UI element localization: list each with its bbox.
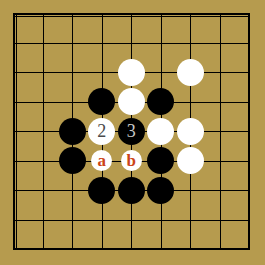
intersection-5-4[interactable] [117, 87, 146, 116]
black-stone [147, 177, 174, 204]
intersection-6-7[interactable] [146, 175, 175, 204]
intersection-3-4[interactable] [58, 87, 87, 116]
intersection-5-2[interactable] [117, 28, 146, 57]
intersection-4-2[interactable] [87, 28, 116, 57]
intersection-9-6[interactable] [234, 146, 263, 175]
black-stone [147, 88, 174, 115]
intersection-8-6[interactable] [205, 146, 234, 175]
intersection-8-1[interactable] [205, 0, 234, 28]
intersection-7-2[interactable] [175, 28, 204, 57]
intersection-9-2[interactable] [234, 28, 263, 57]
intersection-3-8[interactable] [58, 205, 87, 234]
intersection-6-5[interactable] [146, 117, 175, 146]
intersection-4-9[interactable] [87, 234, 116, 263]
white-stone [177, 118, 204, 145]
intersection-4-6[interactable]: a [87, 146, 116, 175]
intersection-1-8[interactable] [0, 205, 28, 234]
white-stone [118, 88, 145, 115]
white-stone [118, 59, 145, 86]
intersection-6-3[interactable] [146, 58, 175, 87]
intersection-5-5[interactable]: 3 [117, 117, 146, 146]
intersection-7-4[interactable] [175, 87, 204, 116]
intersection-2-3[interactable] [28, 58, 57, 87]
intersection-4-7[interactable] [87, 175, 116, 204]
white-stone [177, 147, 204, 174]
intersection-1-6[interactable] [0, 146, 28, 175]
intersection-1-5[interactable] [0, 117, 28, 146]
intersection-3-6[interactable] [58, 146, 87, 175]
intersection-8-4[interactable] [205, 87, 234, 116]
black-stone [59, 118, 86, 145]
intersection-2-6[interactable] [28, 146, 57, 175]
intersection-5-9[interactable] [117, 234, 146, 263]
intersection-9-9[interactable] [234, 234, 263, 263]
intersection-1-2[interactable] [0, 28, 28, 57]
intersection-3-5[interactable] [58, 117, 87, 146]
intersection-2-5[interactable] [28, 117, 57, 146]
intersection-7-6[interactable] [175, 146, 204, 175]
intersection-1-9[interactable] [0, 234, 28, 263]
intersection-2-8[interactable] [28, 205, 57, 234]
intersection-1-3[interactable] [0, 58, 28, 87]
board-intersections: 23ab [0, 0, 264, 264]
intersection-3-3[interactable] [58, 58, 87, 87]
intersection-3-9[interactable] [58, 234, 87, 263]
intersection-9-5[interactable] [234, 117, 263, 146]
intersection-8-2[interactable] [205, 28, 234, 57]
intersection-6-8[interactable] [146, 205, 175, 234]
intersection-7-1[interactable] [175, 0, 204, 28]
intersection-2-2[interactable] [28, 28, 57, 57]
intersection-7-8[interactable] [175, 205, 204, 234]
intersection-2-9[interactable] [28, 234, 57, 263]
intersection-5-7[interactable] [117, 175, 146, 204]
intersection-3-1[interactable] [58, 0, 87, 28]
white-stone [147, 118, 174, 145]
point-label-a: a [91, 150, 112, 171]
intersection-4-4[interactable] [87, 87, 116, 116]
intersection-8-9[interactable] [205, 234, 234, 263]
intersection-5-8[interactable] [117, 205, 146, 234]
intersection-2-1[interactable] [28, 0, 57, 28]
intersection-5-1[interactable] [117, 0, 146, 28]
intersection-9-4[interactable] [234, 87, 263, 116]
intersection-4-5[interactable]: 2 [87, 117, 116, 146]
intersection-4-8[interactable] [87, 205, 116, 234]
go-board: 23ab [0, 0, 265, 265]
black-stone [88, 88, 115, 115]
intersection-2-7[interactable] [28, 175, 57, 204]
intersection-1-7[interactable] [0, 175, 28, 204]
intersection-4-1[interactable] [87, 0, 116, 28]
intersection-9-8[interactable] [234, 205, 263, 234]
intersection-3-2[interactable] [58, 28, 87, 57]
white-stone-2: 2 [88, 118, 115, 145]
intersection-9-3[interactable] [234, 58, 263, 87]
intersection-7-7[interactable] [175, 175, 204, 204]
intersection-8-8[interactable] [205, 205, 234, 234]
intersection-6-9[interactable] [146, 234, 175, 263]
black-stone-3: 3 [118, 118, 145, 145]
intersection-9-1[interactable] [234, 0, 263, 28]
intersection-4-3[interactable] [87, 58, 116, 87]
intersection-3-7[interactable] [58, 175, 87, 204]
intersection-9-7[interactable] [234, 175, 263, 204]
intersection-1-1[interactable] [0, 0, 28, 28]
black-stone [88, 177, 115, 204]
black-stone [59, 147, 86, 174]
intersection-5-3[interactable] [117, 58, 146, 87]
intersection-8-5[interactable] [205, 117, 234, 146]
intersection-1-4[interactable] [0, 87, 28, 116]
intersection-8-3[interactable] [205, 58, 234, 87]
intersection-7-9[interactable] [175, 234, 204, 263]
intersection-2-4[interactable] [28, 87, 57, 116]
black-stone [147, 147, 174, 174]
intersection-6-4[interactable] [146, 87, 175, 116]
intersection-8-7[interactable] [205, 175, 234, 204]
point-label-b: b [121, 150, 142, 171]
intersection-5-6[interactable]: b [117, 146, 146, 175]
intersection-7-5[interactable] [175, 117, 204, 146]
white-stone [177, 59, 204, 86]
intersection-6-6[interactable] [146, 146, 175, 175]
intersection-6-1[interactable] [146, 0, 175, 28]
black-stone [118, 177, 145, 204]
intersection-6-2[interactable] [146, 28, 175, 57]
intersection-7-3[interactable] [175, 58, 204, 87]
